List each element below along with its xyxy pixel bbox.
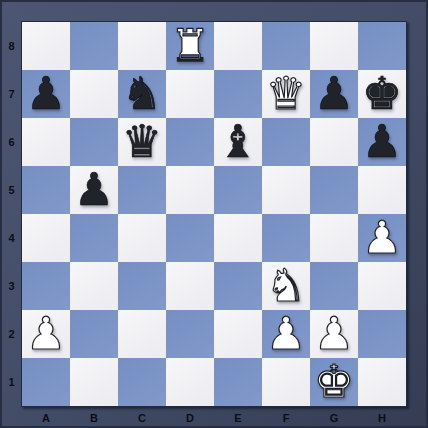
square-b2[interactable] <box>70 310 118 358</box>
rank-label-1: 1 <box>2 358 21 406</box>
square-d6[interactable] <box>166 118 214 166</box>
square-d5[interactable] <box>166 166 214 214</box>
chess-board-frame: ♜♟♞♛♟♚♛♝♟♟♟♞♟♟♟♚ 87654321 ABCDEFGH <box>0 0 428 428</box>
black-pawn[interactable]: ♟ <box>70 166 118 214</box>
square-g4[interactable] <box>310 214 358 262</box>
square-f6[interactable] <box>262 118 310 166</box>
black-pawn[interactable]: ♟ <box>310 70 358 118</box>
square-f5[interactable] <box>262 166 310 214</box>
square-h7[interactable]: ♚ <box>358 70 406 118</box>
square-h4[interactable]: ♟ <box>358 214 406 262</box>
square-d2[interactable] <box>166 310 214 358</box>
square-d3[interactable] <box>166 262 214 310</box>
square-a2[interactable]: ♟ <box>22 310 70 358</box>
black-pawn[interactable]: ♟ <box>358 118 406 166</box>
square-b1[interactable] <box>70 358 118 406</box>
square-f8[interactable] <box>262 22 310 70</box>
rank-label-2: 2 <box>2 310 21 358</box>
square-c7[interactable]: ♞ <box>118 70 166 118</box>
square-f4[interactable] <box>262 214 310 262</box>
white-pawn[interactable]: ♟ <box>358 214 406 262</box>
square-b6[interactable] <box>70 118 118 166</box>
square-f2[interactable]: ♟ <box>262 310 310 358</box>
square-h3[interactable] <box>358 262 406 310</box>
square-g2[interactable]: ♟ <box>310 310 358 358</box>
square-h6[interactable]: ♟ <box>358 118 406 166</box>
square-a1[interactable] <box>22 358 70 406</box>
file-label-a: A <box>22 408 70 428</box>
square-e8[interactable] <box>214 22 262 70</box>
file-label-g: G <box>310 408 358 428</box>
file-label-d: D <box>166 408 214 428</box>
square-g5[interactable] <box>310 166 358 214</box>
square-e2[interactable] <box>214 310 262 358</box>
square-e7[interactable] <box>214 70 262 118</box>
rank-label-8: 8 <box>2 22 21 70</box>
white-pawn[interactable]: ♟ <box>22 310 70 358</box>
square-a7[interactable]: ♟ <box>22 70 70 118</box>
square-c4[interactable] <box>118 214 166 262</box>
rank-label-7: 7 <box>2 70 21 118</box>
square-f3[interactable]: ♞ <box>262 262 310 310</box>
black-knight[interactable]: ♞ <box>118 70 166 118</box>
square-e1[interactable] <box>214 358 262 406</box>
square-b3[interactable] <box>70 262 118 310</box>
file-label-h: H <box>358 408 406 428</box>
file-label-c: C <box>118 408 166 428</box>
square-a8[interactable] <box>22 22 70 70</box>
square-a5[interactable] <box>22 166 70 214</box>
white-king[interactable]: ♚ <box>310 358 358 406</box>
square-a4[interactable] <box>22 214 70 262</box>
square-c2[interactable] <box>118 310 166 358</box>
square-h2[interactable] <box>358 310 406 358</box>
square-h1[interactable] <box>358 358 406 406</box>
square-b8[interactable] <box>70 22 118 70</box>
square-d4[interactable] <box>166 214 214 262</box>
square-d8[interactable]: ♜ <box>166 22 214 70</box>
square-h5[interactable] <box>358 166 406 214</box>
square-e6[interactable]: ♝ <box>214 118 262 166</box>
square-e5[interactable] <box>214 166 262 214</box>
square-g8[interactable] <box>310 22 358 70</box>
rank-label-6: 6 <box>2 118 21 166</box>
black-bishop[interactable]: ♝ <box>214 118 262 166</box>
square-b4[interactable] <box>70 214 118 262</box>
rank-label-3: 3 <box>2 262 21 310</box>
square-g1[interactable]: ♚ <box>310 358 358 406</box>
square-e4[interactable] <box>214 214 262 262</box>
white-knight[interactable]: ♞ <box>262 262 310 310</box>
square-c1[interactable] <box>118 358 166 406</box>
black-king[interactable]: ♚ <box>358 70 406 118</box>
square-g6[interactable] <box>310 118 358 166</box>
square-h8[interactable] <box>358 22 406 70</box>
square-c8[interactable] <box>118 22 166 70</box>
square-b7[interactable] <box>70 70 118 118</box>
white-pawn[interactable]: ♟ <box>310 310 358 358</box>
white-queen[interactable]: ♛ <box>262 70 310 118</box>
square-a6[interactable] <box>22 118 70 166</box>
square-e3[interactable] <box>214 262 262 310</box>
square-c6[interactable]: ♛ <box>118 118 166 166</box>
square-b5[interactable]: ♟ <box>70 166 118 214</box>
white-pawn[interactable]: ♟ <box>262 310 310 358</box>
square-a3[interactable] <box>22 262 70 310</box>
black-queen[interactable]: ♛ <box>118 118 166 166</box>
black-pawn[interactable]: ♟ <box>22 70 70 118</box>
square-f1[interactable] <box>262 358 310 406</box>
file-label-e: E <box>214 408 262 428</box>
square-g7[interactable]: ♟ <box>310 70 358 118</box>
square-d1[interactable] <box>166 358 214 406</box>
white-rook[interactable]: ♜ <box>166 22 214 70</box>
square-c5[interactable] <box>118 166 166 214</box>
square-g3[interactable] <box>310 262 358 310</box>
rank-label-5: 5 <box>2 166 21 214</box>
file-label-f: F <box>262 408 310 428</box>
square-d7[interactable] <box>166 70 214 118</box>
rank-label-4: 4 <box>2 214 21 262</box>
square-c3[interactable] <box>118 262 166 310</box>
chess-board: ♜♟♞♛♟♚♛♝♟♟♟♞♟♟♟♚ <box>21 21 407 407</box>
file-label-b: B <box>70 408 118 428</box>
square-f7[interactable]: ♛ <box>262 70 310 118</box>
